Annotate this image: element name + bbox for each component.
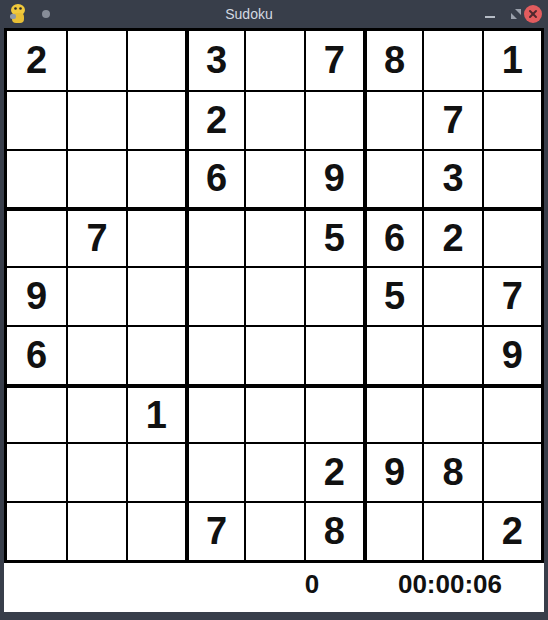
close-button[interactable] (522, 0, 544, 28)
cell-r3c5[interactable] (244, 149, 303, 208)
cell-r2c1[interactable] (7, 90, 66, 149)
cell-r2c5[interactable] (244, 90, 303, 149)
cell-r9c9[interactable]: 2 (482, 501, 541, 560)
cell-r2c9[interactable] (482, 90, 541, 149)
cell-r9c1[interactable] (7, 501, 66, 560)
cell-r3c7[interactable] (363, 149, 422, 208)
cell-r7c8[interactable] (422, 384, 481, 443)
app-window: Sudoku 23781276937562957691298782 0 00:0… (0, 0, 548, 620)
cell-r6c3[interactable] (126, 325, 185, 384)
cell-r8c4[interactable] (185, 442, 244, 501)
cell-r1c3[interactable] (126, 31, 185, 90)
cell-r8c5[interactable] (244, 442, 303, 501)
cell-r6c6[interactable] (304, 325, 363, 384)
status-timer: 00:00:06 (388, 569, 512, 600)
cell-r6c9[interactable]: 9 (482, 325, 541, 384)
cell-r6c5[interactable] (244, 325, 303, 384)
cell-r4c5[interactable] (244, 207, 303, 266)
cell-r4c9[interactable] (482, 207, 541, 266)
cell-r9c7[interactable] (363, 501, 422, 560)
cell-r8c3[interactable] (126, 442, 185, 501)
status-bar: 0 00:00:06 (4, 563, 544, 612)
minimize-button[interactable] (480, 0, 500, 28)
cell-r9c2[interactable] (66, 501, 125, 560)
cell-r1c8[interactable] (422, 31, 481, 90)
window-content: 23781276937562957691298782 0 00:00:06 (4, 28, 544, 612)
cell-r1c5[interactable] (244, 31, 303, 90)
cell-r3c2[interactable] (66, 149, 125, 208)
cell-r7c3[interactable]: 1 (126, 384, 185, 443)
cell-r7c4[interactable] (185, 384, 244, 443)
cell-r8c1[interactable] (7, 442, 66, 501)
cell-r3c3[interactable] (126, 149, 185, 208)
cell-r8c9[interactable] (482, 442, 541, 501)
cell-r6c1[interactable]: 6 (7, 325, 66, 384)
cell-r7c9[interactable] (482, 384, 541, 443)
close-icon (528, 9, 538, 19)
cell-r2c7[interactable] (363, 90, 422, 149)
cell-r2c2[interactable] (66, 90, 125, 149)
cell-r6c7[interactable] (363, 325, 422, 384)
cell-r2c6[interactable] (304, 90, 363, 149)
cell-r8c8[interactable]: 8 (422, 442, 481, 501)
cell-r1c1[interactable]: 2 (7, 31, 66, 90)
cell-r6c8[interactable] (422, 325, 481, 384)
cell-r4c4[interactable] (185, 207, 244, 266)
cell-r4c8[interactable]: 2 (422, 207, 481, 266)
cell-r6c2[interactable] (66, 325, 125, 384)
cell-r5c3[interactable] (126, 266, 185, 325)
cell-r3c1[interactable] (7, 149, 66, 208)
cell-r7c7[interactable] (363, 384, 422, 443)
restore-icon (510, 8, 522, 20)
cell-r9c4[interactable]: 7 (185, 501, 244, 560)
cell-r4c7[interactable]: 6 (363, 207, 422, 266)
cell-r7c2[interactable] (66, 384, 125, 443)
cell-r3c4[interactable]: 6 (185, 149, 244, 208)
cell-r9c6[interactable]: 8 (304, 501, 363, 560)
cell-r5c2[interactable] (66, 266, 125, 325)
status-counter: 0 (284, 569, 340, 600)
cell-r2c3[interactable] (126, 90, 185, 149)
cell-r8c6[interactable]: 2 (304, 442, 363, 501)
cell-r5c6[interactable] (304, 266, 363, 325)
cell-r4c1[interactable] (7, 207, 66, 266)
cell-r4c2[interactable]: 7 (66, 207, 125, 266)
cell-r9c8[interactable] (422, 501, 481, 560)
cell-r4c3[interactable] (126, 207, 185, 266)
cell-r2c4[interactable]: 2 (185, 90, 244, 149)
cell-r8c2[interactable] (66, 442, 125, 501)
cell-r6c4[interactable] (185, 325, 244, 384)
minimize-icon (485, 16, 495, 18)
cell-r7c5[interactable] (244, 384, 303, 443)
cell-r1c2[interactable] (66, 31, 125, 90)
cell-r1c6[interactable]: 7 (304, 31, 363, 90)
cell-r3c8[interactable]: 3 (422, 149, 481, 208)
cell-r5c8[interactable] (422, 266, 481, 325)
cell-r5c5[interactable] (244, 266, 303, 325)
cell-r7c1[interactable] (7, 384, 66, 443)
cell-r7c6[interactable] (304, 384, 363, 443)
sudoku-board: 23781276937562957691298782 (4, 28, 544, 563)
cell-r5c4[interactable] (185, 266, 244, 325)
cell-r5c7[interactable]: 5 (363, 266, 422, 325)
cell-r3c6[interactable]: 9 (304, 149, 363, 208)
cell-r3c9[interactable] (482, 149, 541, 208)
cell-r9c3[interactable] (126, 501, 185, 560)
cell-r4c6[interactable]: 5 (304, 207, 363, 266)
titlebar[interactable]: Sudoku (0, 0, 548, 28)
window-title: Sudoku (0, 0, 548, 28)
cell-r9c5[interactable] (244, 501, 303, 560)
cell-r5c9[interactable]: 7 (482, 266, 541, 325)
cell-r1c4[interactable]: 3 (185, 31, 244, 90)
cell-r1c9[interactable]: 1 (482, 31, 541, 90)
cell-r5c1[interactable]: 9 (7, 266, 66, 325)
cell-r1c7[interactable]: 8 (363, 31, 422, 90)
cell-r2c8[interactable]: 7 (422, 90, 481, 149)
cell-r8c7[interactable]: 9 (363, 442, 422, 501)
